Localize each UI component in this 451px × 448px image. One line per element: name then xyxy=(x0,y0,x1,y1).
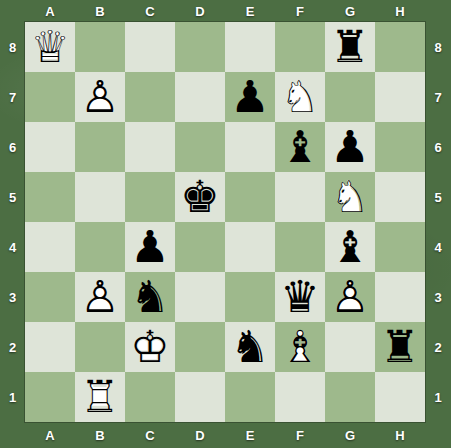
square-b8[interactable] xyxy=(75,22,125,72)
piece-black-knight[interactable]: ♞ xyxy=(125,272,175,322)
square-c4[interactable]: ♟ xyxy=(125,222,175,272)
rank-label-left-7: 7 xyxy=(0,72,25,122)
square-c8[interactable] xyxy=(125,22,175,72)
piece-white-pawn[interactable]: ♟♙ xyxy=(75,72,125,122)
square-g7[interactable] xyxy=(325,72,375,122)
square-f7[interactable]: ♞♘ xyxy=(275,72,325,122)
white-bishop-outline-icon: ♗ xyxy=(275,322,325,372)
square-h7[interactable] xyxy=(375,72,425,122)
file-label-top-f: F xyxy=(275,0,325,22)
piece-white-rook[interactable]: ♜♖ xyxy=(75,372,125,422)
file-label-top-b: B xyxy=(75,0,125,22)
square-a4[interactable] xyxy=(25,222,75,272)
piece-black-bishop[interactable]: ♝ xyxy=(325,222,375,272)
piece-black-queen[interactable]: ♛ xyxy=(275,272,325,322)
square-e6[interactable] xyxy=(225,122,275,172)
square-h6[interactable] xyxy=(375,122,425,172)
square-f3[interactable]: ♛ xyxy=(275,272,325,322)
file-label-top-d: D xyxy=(175,0,225,22)
white-pawn-outline-icon: ♙ xyxy=(75,272,125,322)
file-label-bottom-g: G xyxy=(325,422,375,448)
white-queen-outline-icon: ♕ xyxy=(25,22,75,72)
rank-label-left-1: 1 xyxy=(0,372,25,422)
square-h8[interactable] xyxy=(375,22,425,72)
rank-label-left-4: 4 xyxy=(0,222,25,272)
square-b7[interactable]: ♟♙ xyxy=(75,72,125,122)
square-h5[interactable] xyxy=(375,172,425,222)
black-queen-icon: ♛ xyxy=(275,272,325,322)
black-rook-icon: ♜ xyxy=(325,22,375,72)
square-c5[interactable] xyxy=(125,172,175,222)
square-g3[interactable]: ♟♙ xyxy=(325,272,375,322)
black-pawn-icon: ♟ xyxy=(325,122,375,172)
square-e7[interactable]: ♟ xyxy=(225,72,275,122)
black-rook-icon: ♜ xyxy=(375,322,425,372)
square-f6[interactable]: ♝ xyxy=(275,122,325,172)
square-f2[interactable]: ♝♗ xyxy=(275,322,325,372)
square-h2[interactable]: ♜ xyxy=(375,322,425,372)
white-rook-outline-icon: ♖ xyxy=(75,372,125,422)
square-c3[interactable]: ♞ xyxy=(125,272,175,322)
white-knight-outline-icon: ♘ xyxy=(275,72,325,122)
black-pawn-icon: ♟ xyxy=(125,222,175,272)
square-h4[interactable] xyxy=(375,222,425,272)
rank-labels-right: 87654321 xyxy=(425,22,451,422)
piece-white-queen[interactable]: ♛♕ xyxy=(25,22,75,72)
black-king-icon: ♚ xyxy=(175,172,225,222)
rank-label-left-6: 6 xyxy=(0,122,25,172)
file-label-top-g: G xyxy=(325,0,375,22)
square-a5[interactable] xyxy=(25,172,75,222)
white-king-outline-icon: ♔ xyxy=(125,322,175,372)
chess-board: ♛♕♜♟♙♟♞♘♝♟♚♞♘♟♝♟♙♞♛♟♙♚♔♞♝♗♜♜♖ xyxy=(25,22,425,422)
square-a1[interactable] xyxy=(25,372,75,422)
square-e4[interactable] xyxy=(225,222,275,272)
rank-label-right-2: 2 xyxy=(425,322,451,372)
square-d3[interactable] xyxy=(175,272,225,322)
square-e3[interactable] xyxy=(225,272,275,322)
white-pawn-outline-icon: ♙ xyxy=(75,72,125,122)
file-label-bottom-b: B xyxy=(75,422,125,448)
square-a8[interactable]: ♛♕ xyxy=(25,22,75,72)
square-g2[interactable] xyxy=(325,322,375,372)
piece-white-bishop[interactable]: ♝♗ xyxy=(275,322,325,372)
rank-label-right-8: 8 xyxy=(425,22,451,72)
piece-black-rook[interactable]: ♜ xyxy=(375,322,425,372)
square-e1[interactable] xyxy=(225,372,275,422)
file-labels-top: ABCDEFGH xyxy=(25,0,425,22)
piece-white-pawn[interactable]: ♟♙ xyxy=(75,272,125,322)
square-d8[interactable] xyxy=(175,22,225,72)
piece-black-rook[interactable]: ♜ xyxy=(325,22,375,72)
square-h1[interactable] xyxy=(375,372,425,422)
file-labels-bottom: ABCDEFGH xyxy=(25,422,425,448)
rank-label-left-8: 8 xyxy=(0,22,25,72)
square-a2[interactable] xyxy=(25,322,75,372)
file-label-top-e: E xyxy=(225,0,275,22)
square-b5[interactable] xyxy=(75,172,125,222)
square-h3[interactable] xyxy=(375,272,425,322)
square-d1[interactable] xyxy=(175,372,225,422)
square-g1[interactable] xyxy=(325,372,375,422)
square-c6[interactable] xyxy=(125,122,175,172)
piece-white-pawn[interactable]: ♟♙ xyxy=(325,272,375,322)
black-bishop-icon: ♝ xyxy=(325,222,375,272)
file-label-bottom-f: F xyxy=(275,422,325,448)
square-d4[interactable] xyxy=(175,222,225,272)
square-a3[interactable] xyxy=(25,272,75,322)
file-label-bottom-c: C xyxy=(125,422,175,448)
rank-label-left-5: 5 xyxy=(0,172,25,222)
file-label-bottom-e: E xyxy=(225,422,275,448)
square-c2[interactable]: ♚♔ xyxy=(125,322,175,372)
file-label-bottom-a: A xyxy=(25,422,75,448)
file-label-top-a: A xyxy=(25,0,75,22)
square-g4[interactable]: ♝ xyxy=(325,222,375,272)
rank-label-left-2: 2 xyxy=(0,322,25,372)
square-g5[interactable]: ♞♘ xyxy=(325,172,375,222)
chess-board-frame: ABCDEFGH ABCDEFGH 87654321 87654321 ♛♕♜♟… xyxy=(0,0,451,448)
square-b1[interactable]: ♜♖ xyxy=(75,372,125,422)
square-f4[interactable] xyxy=(275,222,325,272)
square-g8[interactable]: ♜ xyxy=(325,22,375,72)
square-b6[interactable] xyxy=(75,122,125,172)
file-label-top-h: H xyxy=(375,0,425,22)
square-b4[interactable] xyxy=(75,222,125,272)
black-knight-icon: ♞ xyxy=(125,272,175,322)
square-c7[interactable] xyxy=(125,72,175,122)
square-d2[interactable] xyxy=(175,322,225,372)
rank-label-right-7: 7 xyxy=(425,72,451,122)
square-e5[interactable] xyxy=(225,172,275,222)
square-c1[interactable] xyxy=(125,372,175,422)
square-d5[interactable]: ♚ xyxy=(175,172,225,222)
rank-label-right-1: 1 xyxy=(425,372,451,422)
rank-label-right-5: 5 xyxy=(425,172,451,222)
piece-black-bishop[interactable]: ♝ xyxy=(275,122,325,172)
square-a7[interactable] xyxy=(25,72,75,122)
square-d7[interactable] xyxy=(175,72,225,122)
piece-black-pawn[interactable]: ♟ xyxy=(325,122,375,172)
white-pawn-outline-icon: ♙ xyxy=(325,272,375,322)
piece-black-pawn[interactable]: ♟ xyxy=(225,72,275,122)
piece-white-king[interactable]: ♚♔ xyxy=(125,322,175,372)
square-g6[interactable]: ♟ xyxy=(325,122,375,172)
square-e8[interactable] xyxy=(225,22,275,72)
square-a6[interactable] xyxy=(25,122,75,172)
rank-label-right-3: 3 xyxy=(425,272,451,322)
file-label-top-c: C xyxy=(125,0,175,22)
piece-white-knight[interactable]: ♞♘ xyxy=(275,72,325,122)
piece-white-knight[interactable]: ♞♘ xyxy=(325,172,375,222)
square-b2[interactable] xyxy=(75,322,125,372)
white-knight-outline-icon: ♘ xyxy=(325,172,375,222)
square-d6[interactable] xyxy=(175,122,225,172)
rank-label-right-4: 4 xyxy=(425,222,451,272)
black-pawn-icon: ♟ xyxy=(225,72,275,122)
piece-black-king[interactable]: ♚ xyxy=(175,172,225,222)
black-bishop-icon: ♝ xyxy=(275,122,325,172)
file-label-bottom-h: H xyxy=(375,422,425,448)
black-knight-icon: ♞ xyxy=(225,322,275,372)
rank-label-left-3: 3 xyxy=(0,272,25,322)
square-f8[interactable] xyxy=(275,22,325,72)
piece-black-knight[interactable]: ♞ xyxy=(225,322,275,372)
square-f1[interactable] xyxy=(275,372,325,422)
square-f5[interactable] xyxy=(275,172,325,222)
file-label-bottom-d: D xyxy=(175,422,225,448)
rank-label-right-6: 6 xyxy=(425,122,451,172)
square-e2[interactable]: ♞ xyxy=(225,322,275,372)
square-b3[interactable]: ♟♙ xyxy=(75,272,125,322)
rank-labels-left: 87654321 xyxy=(0,22,25,422)
piece-black-pawn[interactable]: ♟ xyxy=(125,222,175,272)
